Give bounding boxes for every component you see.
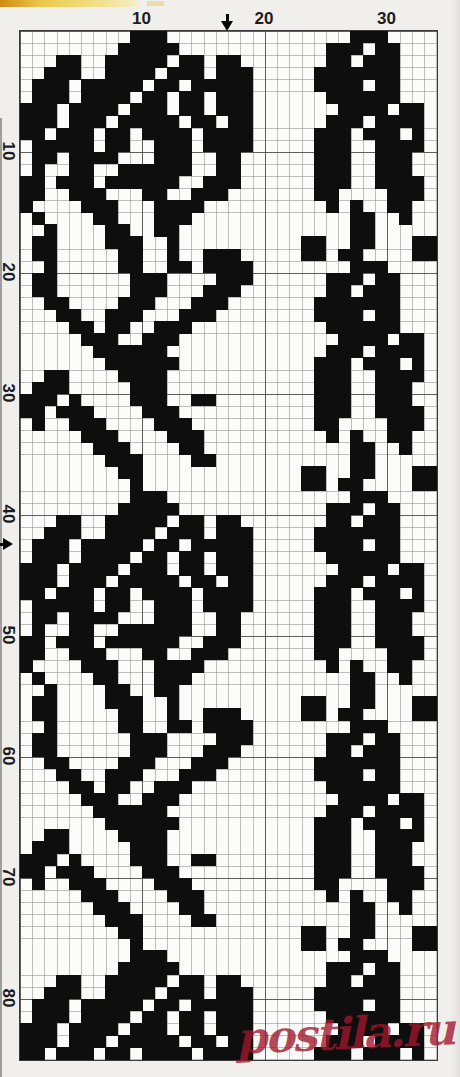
filled-cell <box>387 987 400 1000</box>
filled-cell <box>130 309 143 322</box>
filled-cell <box>375 854 388 867</box>
filled-cell <box>375 599 388 612</box>
filled-cell <box>203 636 216 649</box>
filled-cell <box>350 454 363 467</box>
filled-cell <box>32 551 45 564</box>
filled-cell <box>350 805 363 818</box>
filled-cell <box>216 757 229 770</box>
filled-cell <box>338 297 351 310</box>
filled-cell <box>338 805 351 818</box>
filled-cell <box>130 491 143 504</box>
filled-cell <box>56 975 69 988</box>
filled-cell <box>191 563 204 576</box>
filled-cell <box>412 563 425 576</box>
filled-cell <box>363 91 376 104</box>
filled-cell <box>338 975 351 988</box>
filled-cell <box>154 575 167 588</box>
filled-cell <box>375 624 388 637</box>
filled-cell <box>326 829 339 842</box>
filled-cell <box>167 878 180 891</box>
filled-cell <box>338 793 351 806</box>
filled-cell <box>301 708 314 721</box>
filled-cell <box>56 55 69 68</box>
row-label: 60 <box>0 747 17 766</box>
filled-cell <box>228 249 241 262</box>
filled-cell <box>203 587 216 600</box>
filled-cell <box>167 720 180 733</box>
filled-cell <box>424 478 437 491</box>
filled-cell <box>44 539 57 552</box>
filled-cell <box>350 987 363 1000</box>
filled-cell <box>203 854 216 867</box>
filled-cell <box>118 297 131 310</box>
filled-cell <box>387 357 400 370</box>
filled-cell <box>69 321 82 334</box>
filled-cell <box>154 551 167 564</box>
scan-highlight-bar <box>0 0 138 7</box>
filled-cell <box>130 382 143 395</box>
filled-cell <box>412 829 425 842</box>
filled-cell <box>179 91 192 104</box>
filled-cell <box>44 829 57 842</box>
filled-cell <box>203 394 216 407</box>
filled-cell <box>375 539 388 552</box>
filled-cell <box>118 261 131 274</box>
filled-cell <box>326 140 339 153</box>
filled-cell <box>399 841 412 854</box>
filled-cell <box>69 140 82 153</box>
filled-cell <box>203 720 216 733</box>
filled-cell <box>142 829 155 842</box>
filled-cell <box>387 188 400 201</box>
filled-cell <box>314 539 327 552</box>
filled-cell <box>412 333 425 346</box>
filled-cell <box>56 309 69 322</box>
filled-cell <box>203 249 216 262</box>
filled-cell <box>350 902 363 915</box>
filled-cell <box>216 708 229 721</box>
filled-cell <box>44 140 57 153</box>
filled-cell <box>154 43 167 56</box>
filled-cell <box>216 975 229 988</box>
filled-cell <box>130 297 143 310</box>
filled-cell <box>375 103 388 116</box>
filled-cell <box>130 999 143 1012</box>
filled-cell <box>240 599 253 612</box>
filled-cell <box>191 55 204 68</box>
filled-cell <box>142 370 155 383</box>
filled-cell <box>20 575 33 588</box>
filled-cell <box>130 43 143 56</box>
filled-cell <box>32 249 45 262</box>
filled-cell <box>191 551 204 564</box>
filled-cell <box>179 128 192 141</box>
filled-cell <box>32 1047 45 1060</box>
filled-cell <box>20 115 33 128</box>
filled-cell <box>142 176 155 189</box>
filled-cell <box>154 648 167 661</box>
filled-cell <box>56 140 69 153</box>
filled-cell <box>167 575 180 588</box>
filled-cell <box>130 478 143 491</box>
filled-cell <box>130 515 143 528</box>
filled-cell <box>338 575 351 588</box>
filled-cell <box>387 733 400 746</box>
filled-cell <box>240 999 253 1012</box>
filled-cell <box>399 624 412 637</box>
filled-cell <box>412 103 425 116</box>
filled-cell <box>167 793 180 806</box>
filled-cell <box>105 987 118 1000</box>
filled-cell <box>350 249 363 262</box>
filled-cell <box>314 612 327 625</box>
filled-cell <box>203 261 216 274</box>
filled-cell <box>44 733 57 746</box>
filled-cell <box>105 176 118 189</box>
filled-cell <box>387 515 400 528</box>
row-label: 70 <box>0 868 17 887</box>
filled-cell <box>154 745 167 758</box>
filled-cell <box>142 1023 155 1036</box>
filled-cell <box>338 769 351 782</box>
filled-cell <box>338 309 351 322</box>
filled-cell <box>130 103 143 116</box>
filled-cell <box>203 999 216 1012</box>
filled-cell <box>203 140 216 153</box>
filled-cell <box>179 164 192 177</box>
filled-cell <box>412 793 425 806</box>
filled-cell <box>130 236 143 249</box>
filled-cell <box>203 539 216 552</box>
filled-cell <box>350 478 363 491</box>
filled-cell <box>154 418 167 431</box>
filled-cell <box>167 236 180 249</box>
filled-cell <box>142 793 155 806</box>
filled-cell <box>412 140 425 153</box>
filled-cell <box>130 176 143 189</box>
filled-cell <box>338 563 351 576</box>
filled-cell <box>216 527 229 540</box>
filled-cell <box>20 563 33 576</box>
filled-cell <box>375 757 388 770</box>
filled-cell <box>142 817 155 830</box>
filled-cell <box>399 660 412 673</box>
filled-cell <box>375 370 388 383</box>
filled-cell <box>130 563 143 576</box>
filled-cell <box>203 745 216 758</box>
filled-cell <box>216 67 229 80</box>
filled-cell <box>56 551 69 564</box>
filled-cell <box>56 1047 69 1060</box>
filled-cell <box>363 781 376 794</box>
filled-cell <box>191 914 204 927</box>
filled-cell <box>118 345 131 358</box>
filled-cell <box>32 285 45 298</box>
filled-cell <box>350 67 363 80</box>
filled-cell <box>118 551 131 564</box>
filled-cell <box>338 249 351 262</box>
filled-cell <box>130 503 143 516</box>
filled-cell <box>69 394 82 407</box>
filled-cell <box>326 636 339 649</box>
filled-cell <box>69 55 82 68</box>
filled-cell <box>338 962 351 975</box>
filled-cell <box>326 418 339 431</box>
filled-cell <box>130 926 143 939</box>
filled-cell <box>326 297 339 310</box>
filled-cell <box>142 950 155 963</box>
filled-cell <box>154 273 167 286</box>
filled-cell <box>301 938 314 951</box>
filled-cell <box>399 212 412 225</box>
filled-cell <box>399 430 412 443</box>
filled-cell <box>154 128 167 141</box>
filled-cell <box>228 273 241 286</box>
filled-cell <box>203 599 216 612</box>
filled-cell <box>399 176 412 189</box>
filled-cell <box>130 914 143 927</box>
filled-cell <box>69 587 82 600</box>
filled-cell <box>81 103 94 116</box>
filled-cell <box>154 357 167 370</box>
filled-cell <box>142 345 155 358</box>
filled-cell <box>69 309 82 322</box>
filled-cell <box>203 1047 216 1060</box>
filled-cell <box>326 152 339 165</box>
filled-cell <box>375 321 388 334</box>
filled-cell <box>118 539 131 552</box>
filled-cell <box>179 515 192 528</box>
filled-cell <box>118 587 131 600</box>
filled-cell <box>154 345 167 358</box>
filled-cell <box>142 103 155 116</box>
filled-cell <box>314 406 327 419</box>
filled-cell <box>105 321 118 334</box>
filled-cell <box>142 1047 155 1060</box>
filled-cell <box>387 200 400 213</box>
filled-cell <box>69 575 82 588</box>
filled-cell <box>81 624 94 637</box>
filled-cell <box>314 370 327 383</box>
filled-cell <box>118 781 131 794</box>
filled-cell <box>142 406 155 419</box>
filled-cell <box>387 115 400 128</box>
filled-cell <box>44 527 57 540</box>
filled-cell <box>32 188 45 201</box>
filled-cell <box>338 866 351 879</box>
filled-cell <box>412 345 425 358</box>
filled-cell <box>338 781 351 794</box>
filled-cell <box>326 575 339 588</box>
filled-cell <box>216 55 229 68</box>
filled-cell <box>105 212 118 225</box>
filled-cell <box>338 527 351 540</box>
filled-cell <box>350 345 363 358</box>
filled-cell <box>216 297 229 310</box>
filled-cell <box>32 91 45 104</box>
filled-cell <box>387 781 400 794</box>
filled-cell <box>412 817 425 830</box>
filled-cell <box>69 418 82 431</box>
filled-cell <box>69 769 82 782</box>
filled-cell <box>216 720 229 733</box>
filled-cell <box>93 672 106 685</box>
filled-cell <box>375 261 388 274</box>
filled-cell <box>130 757 143 770</box>
filled-cell <box>375 733 388 746</box>
filled-cell <box>387 975 400 988</box>
filled-cell <box>387 394 400 407</box>
filled-cell <box>154 152 167 165</box>
filled-cell <box>338 115 351 128</box>
filled-cell <box>363 442 376 455</box>
filled-cell <box>56 769 69 782</box>
filled-cell <box>363 926 376 939</box>
filled-cell <box>338 829 351 842</box>
filled-cell <box>203 285 216 298</box>
filled-cell <box>142 333 155 346</box>
filled-cell <box>130 370 143 383</box>
filled-cell <box>93 115 106 128</box>
filled-cell <box>399 878 412 891</box>
filled-cell <box>326 164 339 177</box>
filled-cell <box>350 551 363 564</box>
filled-cell <box>363 684 376 697</box>
filled-cell <box>130 454 143 467</box>
filled-cell <box>338 817 351 830</box>
filled-cell <box>326 43 339 56</box>
filled-cell <box>203 914 216 927</box>
filled-cell <box>338 757 351 770</box>
filled-cell <box>399 382 412 395</box>
filled-cell <box>375 31 388 44</box>
filled-cell <box>167 212 180 225</box>
filled-cell <box>412 805 425 818</box>
filled-cell <box>154 805 167 818</box>
filled-cell <box>412 575 425 588</box>
filled-cell <box>118 1011 131 1024</box>
filled-cell <box>216 91 229 104</box>
filled-cell <box>56 91 69 104</box>
filled-cell <box>387 866 400 879</box>
filled-cell <box>240 273 253 286</box>
filled-cell <box>32 708 45 721</box>
filled-cell <box>167 152 180 165</box>
filled-cell <box>314 587 327 600</box>
filled-cell <box>118 975 131 988</box>
filled-cell <box>399 200 412 213</box>
filled-cell <box>350 708 363 721</box>
filled-cell <box>326 285 339 298</box>
filled-cell <box>118 128 131 141</box>
filled-cell <box>154 829 167 842</box>
filled-cell <box>154 793 167 806</box>
filled-cell <box>167 43 180 56</box>
filled-cell <box>44 103 57 116</box>
filled-cell <box>32 563 45 576</box>
filled-cell <box>142 1011 155 1024</box>
filled-cell <box>191 999 204 1012</box>
filled-cell <box>363 212 376 225</box>
filled-cell <box>228 527 241 540</box>
filled-cell <box>118 79 131 92</box>
filled-cell <box>203 176 216 189</box>
filled-cell <box>93 563 106 576</box>
filled-cell <box>179 418 192 431</box>
filled-cell <box>105 103 118 116</box>
filled-cell <box>142 188 155 201</box>
filled-cell <box>142 273 155 286</box>
filled-cell <box>363 285 376 298</box>
filled-cell <box>326 345 339 358</box>
filled-cell <box>81 164 94 177</box>
filled-cell <box>314 599 327 612</box>
filled-cell <box>130 987 143 1000</box>
filled-cell <box>167 357 180 370</box>
filled-cell <box>326 781 339 794</box>
filled-cell <box>387 43 400 56</box>
filled-cell <box>56 829 69 842</box>
filled-cell <box>105 817 118 830</box>
filled-cell <box>167 406 180 419</box>
filled-cell <box>350 273 363 286</box>
filled-cell <box>387 309 400 322</box>
filled-cell <box>216 1011 229 1024</box>
filled-cell <box>154 624 167 637</box>
filled-cell <box>32 745 45 758</box>
filled-cell <box>81 551 94 564</box>
filled-cell <box>326 309 339 322</box>
filled-cell <box>179 878 192 891</box>
filled-cell <box>399 442 412 455</box>
filled-cell <box>81 1047 94 1060</box>
filled-cell <box>301 926 314 939</box>
filled-cell <box>191 200 204 213</box>
filled-cell <box>32 672 45 685</box>
filled-cell <box>167 1047 180 1060</box>
filled-cell <box>363 987 376 1000</box>
filled-cell <box>240 527 253 540</box>
filled-cell <box>363 720 376 733</box>
filled-cell <box>167 624 180 637</box>
filled-cell <box>350 261 363 274</box>
filled-cell <box>93 152 106 165</box>
filled-cell <box>326 975 339 988</box>
filled-cell <box>375 357 388 370</box>
filled-cell <box>81 406 94 419</box>
filled-cell <box>338 745 351 758</box>
filled-cell <box>118 599 131 612</box>
filled-cell <box>56 297 69 310</box>
filled-cell <box>350 442 363 455</box>
filled-cell <box>399 140 412 153</box>
filled-cell <box>142 503 155 516</box>
filled-cell <box>412 236 425 249</box>
filled-cell <box>69 854 82 867</box>
filled-cell <box>240 539 253 552</box>
filled-cell <box>412 636 425 649</box>
filled-cell <box>105 769 118 782</box>
filled-cell <box>399 394 412 407</box>
pattern-grid <box>19 30 438 1061</box>
filled-cell <box>118 67 131 80</box>
filled-cell <box>363 128 376 141</box>
filled-cell <box>191 1035 204 1048</box>
filled-cell <box>350 115 363 128</box>
filled-cell <box>69 781 82 794</box>
filled-cell <box>203 454 216 467</box>
filled-cell <box>326 200 339 213</box>
